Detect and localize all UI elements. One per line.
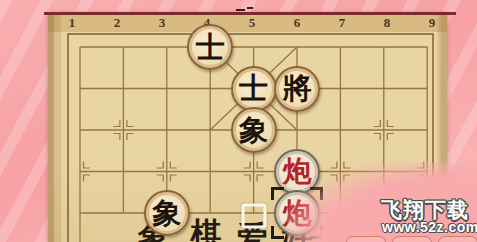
piece-black-elephant[interactable]: 象 xyxy=(144,190,190,236)
piece-black-elephant[interactable]: 象 xyxy=(231,107,277,153)
top-artifact-dash xyxy=(247,7,253,9)
piece-black-advisor[interactable]: 士 xyxy=(187,24,233,70)
column-label-7: 7 xyxy=(339,15,346,31)
piece-glyph: 士 xyxy=(196,33,225,62)
piece-black-advisor[interactable]: 士 xyxy=(231,66,277,112)
watermark-site-url: www.52z.com xyxy=(382,219,477,235)
column-label-5: 5 xyxy=(249,15,256,31)
piece-glyph: 象 xyxy=(152,199,181,228)
cropped-bottom-buttons xyxy=(346,236,477,242)
board-top-edge-line xyxy=(44,12,456,15)
piece-glyph: 士 xyxy=(239,74,268,103)
column-label-3: 3 xyxy=(159,15,166,31)
column-label-9: 9 xyxy=(429,15,436,31)
piece-black-general[interactable]: 將 xyxy=(274,66,320,112)
top-artifact-dash xyxy=(236,9,245,11)
column-label-1: 1 xyxy=(69,15,76,31)
column-label-8: 8 xyxy=(384,15,391,31)
river-char-2: 棋 xyxy=(191,218,222,242)
move-origin-marker xyxy=(241,204,266,229)
column-labels: 123456789 xyxy=(48,15,447,31)
column-label-2: 2 xyxy=(114,15,121,31)
piece-glyph: 象 xyxy=(239,116,268,145)
piece-glyph: 將 xyxy=(283,74,312,103)
column-label-6: 6 xyxy=(294,15,301,31)
